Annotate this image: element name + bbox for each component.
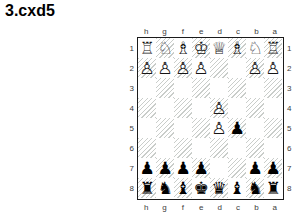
file-label-h: h	[137, 203, 155, 212]
white-pawn-piece: ♙	[193, 58, 208, 78]
square-g8[interactable]: ♞	[156, 178, 174, 198]
square-f5[interactable]	[174, 118, 192, 138]
rank-label-6: 6	[126, 139, 137, 159]
rank-label-8: 8	[284, 179, 296, 199]
black-rook-piece: ♜	[139, 178, 154, 198]
square-c2[interactable]	[228, 58, 246, 78]
square-g2[interactable]: ♙	[156, 58, 174, 78]
square-b1[interactable]: ♘	[246, 38, 264, 58]
square-a6[interactable]	[264, 138, 282, 158]
black-bishop-piece: ♝	[229, 178, 244, 198]
rank-label-3: 3	[284, 79, 296, 99]
square-c4[interactable]	[228, 98, 246, 118]
square-g6[interactable]	[156, 138, 174, 158]
square-h7[interactable]: ♟	[138, 158, 156, 178]
file-label-c: c	[229, 27, 247, 36]
square-f7[interactable]: ♟	[174, 158, 192, 178]
square-h5[interactable]	[138, 118, 156, 138]
corner-spacer	[284, 200, 296, 212]
square-b4[interactable]	[246, 98, 264, 118]
file-label-e: e	[192, 27, 210, 36]
square-b6[interactable]	[246, 138, 264, 158]
rank-label-2: 2	[126, 59, 137, 79]
file-labels-bottom: hgfedcba	[137, 200, 284, 212]
file-label-g: g	[155, 203, 173, 212]
square-b7[interactable]: ♟	[246, 158, 264, 178]
white-bishop-piece: ♗	[229, 38, 244, 58]
black-pawn-piece: ♟	[175, 158, 190, 178]
black-bishop-piece: ♝	[175, 178, 190, 198]
chessboard-area: hgfedcba 12345678 ♖♘♗♔♕♗♘♖♙♙♙♙♙♙♙♙♟♟♟♟♟♟…	[126, 27, 296, 212]
square-g7[interactable]: ♟	[156, 158, 174, 178]
square-h3[interactable]	[138, 78, 156, 98]
board: ♖♘♗♔♕♗♘♖♙♙♙♙♙♙♙♙♟♟♟♟♟♟♟♜♞♝♚♛♝♞♜	[137, 37, 284, 200]
rank-label-7: 7	[284, 159, 296, 179]
white-knight-piece: ♘	[157, 38, 172, 58]
file-label-a: a	[266, 203, 284, 212]
white-pawn-piece: ♙	[247, 58, 262, 78]
square-c8[interactable]: ♝	[228, 178, 246, 198]
corner-spacer	[126, 27, 137, 37]
rank-label-1: 1	[126, 39, 137, 59]
move-label: 3.cxd5	[5, 2, 55, 20]
square-h6[interactable]	[138, 138, 156, 158]
square-c6[interactable]	[228, 138, 246, 158]
square-f6[interactable]	[174, 138, 192, 158]
square-f4[interactable]	[174, 98, 192, 118]
square-e8[interactable]: ♚	[192, 178, 210, 198]
square-a4[interactable]	[264, 98, 282, 118]
rank-label-5: 5	[284, 119, 296, 139]
square-d7[interactable]	[210, 158, 228, 178]
square-g5[interactable]	[156, 118, 174, 138]
square-b2[interactable]: ♙	[246, 58, 264, 78]
white-pawn-piece: ♙	[265, 58, 280, 78]
file-label-b: b	[247, 27, 265, 36]
file-label-b: b	[247, 203, 265, 212]
black-pawn-piece: ♟	[265, 158, 280, 178]
black-king-piece: ♚	[193, 178, 208, 198]
square-h2[interactable]: ♙	[138, 58, 156, 78]
square-e2[interactable]: ♙	[192, 58, 210, 78]
square-f8[interactable]: ♝	[174, 178, 192, 198]
white-pawn-piece: ♙	[211, 98, 226, 118]
square-h8[interactable]: ♜	[138, 178, 156, 198]
file-label-f: f	[174, 203, 192, 212]
square-a7[interactable]: ♟	[264, 158, 282, 178]
white-queen-piece: ♕	[211, 38, 226, 58]
rank-label-2: 2	[284, 59, 296, 79]
square-h1[interactable]: ♖	[138, 38, 156, 58]
rank-label-6: 6	[284, 139, 296, 159]
square-a2[interactable]: ♙	[264, 58, 282, 78]
black-queen-piece: ♛	[211, 178, 226, 198]
corner-spacer	[284, 27, 296, 37]
file-label-e: e	[192, 203, 210, 212]
square-e5[interactable]	[192, 118, 210, 138]
square-g1[interactable]: ♘	[156, 38, 174, 58]
square-c3[interactable]	[228, 78, 246, 98]
white-rook-piece: ♖	[265, 38, 280, 58]
square-e4[interactable]	[192, 98, 210, 118]
square-d2[interactable]	[210, 58, 228, 78]
black-pawn-piece: ♟	[139, 158, 154, 178]
square-f3[interactable]	[174, 78, 192, 98]
square-d5[interactable]: ♙	[210, 118, 228, 138]
rank-label-8: 8	[126, 179, 137, 199]
square-d4[interactable]: ♙	[210, 98, 228, 118]
black-pawn-piece: ♟	[193, 158, 208, 178]
file-labels-top: hgfedcba	[137, 27, 284, 37]
rank-label-7: 7	[126, 159, 137, 179]
square-d6[interactable]	[210, 138, 228, 158]
square-e3[interactable]	[192, 78, 210, 98]
file-label-c: c	[229, 203, 247, 212]
square-e1[interactable]: ♔	[192, 38, 210, 58]
white-king-piece: ♔	[193, 38, 208, 58]
rank-label-4: 4	[126, 99, 137, 119]
square-b8[interactable]: ♞	[246, 178, 264, 198]
rank-label-3: 3	[126, 79, 137, 99]
white-rook-piece: ♖	[139, 38, 154, 58]
black-knight-piece: ♞	[247, 178, 262, 198]
square-g4[interactable]	[156, 98, 174, 118]
black-pawn-piece: ♟	[229, 118, 244, 138]
square-c7[interactable]	[228, 158, 246, 178]
square-f2[interactable]: ♙	[174, 58, 192, 78]
black-knight-piece: ♞	[157, 178, 172, 198]
rank-labels-right: 12345678	[284, 37, 296, 200]
square-h4[interactable]	[138, 98, 156, 118]
file-label-f: f	[174, 27, 192, 36]
rank-label-1: 1	[284, 39, 296, 59]
square-b5[interactable]	[246, 118, 264, 138]
rank-labels-left: 12345678	[126, 37, 137, 200]
black-pawn-piece: ♟	[157, 158, 172, 178]
white-knight-piece: ♘	[247, 38, 262, 58]
white-pawn-piece: ♙	[175, 58, 190, 78]
square-a1[interactable]: ♖	[264, 38, 282, 58]
square-a8[interactable]: ♜	[264, 178, 282, 198]
file-label-h: h	[137, 27, 155, 36]
square-c1[interactable]: ♗	[228, 38, 246, 58]
white-pawn-piece: ♙	[211, 118, 226, 138]
square-g3[interactable]	[156, 78, 174, 98]
square-b3[interactable]	[246, 78, 264, 98]
corner-spacer	[126, 200, 137, 212]
square-f1[interactable]: ♗	[174, 38, 192, 58]
file-label-d: d	[211, 203, 229, 212]
square-c5[interactable]: ♟	[228, 118, 246, 138]
square-d1[interactable]: ♕	[210, 38, 228, 58]
square-d8[interactable]: ♛	[210, 178, 228, 198]
rank-label-5: 5	[126, 119, 137, 139]
black-rook-piece: ♜	[265, 178, 280, 198]
white-bishop-piece: ♗	[175, 38, 190, 58]
file-label-g: g	[155, 27, 173, 36]
white-pawn-piece: ♙	[157, 58, 172, 78]
file-label-a: a	[266, 27, 284, 36]
square-a3[interactable]	[264, 78, 282, 98]
square-e6[interactable]	[192, 138, 210, 158]
square-e7[interactable]: ♟	[192, 158, 210, 178]
rank-label-4: 4	[284, 99, 296, 119]
white-pawn-piece: ♙	[139, 58, 154, 78]
square-a5[interactable]	[264, 118, 282, 138]
file-label-d: d	[211, 27, 229, 36]
black-pawn-piece: ♟	[247, 158, 262, 178]
square-d3[interactable]	[210, 78, 228, 98]
